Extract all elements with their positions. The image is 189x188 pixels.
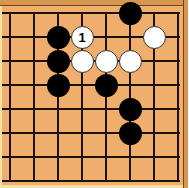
stone-white	[143, 26, 166, 49]
go-diagram: 1	[0, 0, 188, 188]
stone-white	[119, 50, 142, 73]
grid-vline	[9, 12, 11, 182]
stone-white	[95, 50, 118, 73]
stone-white-marked: 1	[71, 26, 94, 49]
stone-black	[119, 2, 142, 25]
stone-black	[95, 74, 118, 97]
stone-black	[119, 98, 142, 121]
grid-vline	[105, 12, 107, 182]
board-frame-top	[0, 0, 188, 6]
diagram-crop-edge-bottom	[0, 185, 182, 188]
move-number-label: 1	[78, 30, 85, 43]
stone-black	[47, 74, 70, 97]
board-frame-right	[183, 0, 189, 188]
grid-vline	[177, 12, 179, 182]
stone-white	[71, 50, 94, 73]
grid-vline	[33, 12, 35, 182]
stone-black	[119, 122, 142, 145]
stone-black	[47, 26, 70, 49]
diagram-crop-edge-left	[0, 0, 2, 188]
stone-black	[47, 50, 70, 73]
